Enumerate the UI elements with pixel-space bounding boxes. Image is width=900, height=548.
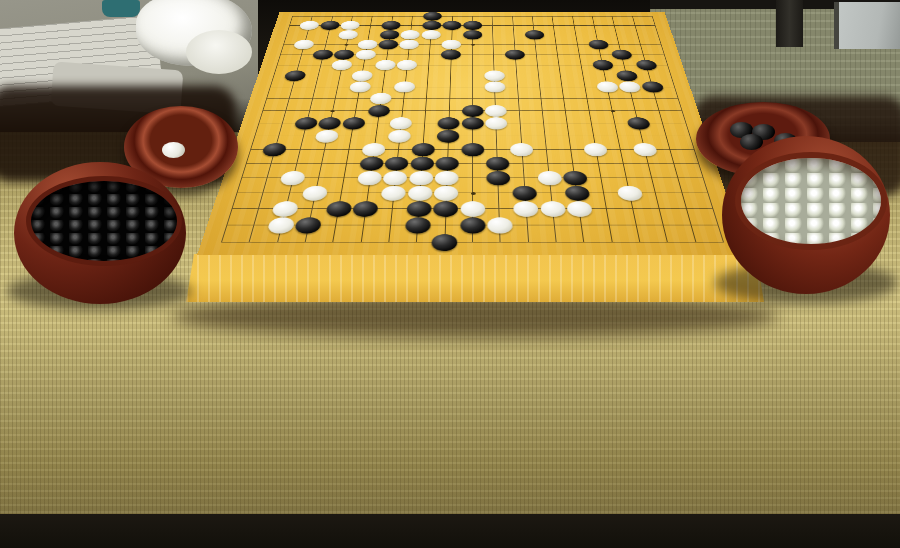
- white-stone: [361, 143, 385, 156]
- black-stone: [406, 201, 432, 216]
- black-stone: [463, 30, 482, 39]
- black-stone: [616, 71, 639, 82]
- white-stone: [388, 130, 412, 143]
- black-stone: [611, 50, 633, 60]
- white-stones-heap: [735, 152, 887, 250]
- white-stone: [394, 82, 416, 93]
- black-stone: [294, 117, 319, 129]
- star-point: [345, 44, 349, 46]
- black-stone: [641, 82, 665, 93]
- black-stone: [437, 117, 459, 129]
- black-stone: [431, 234, 457, 251]
- white-stone: [349, 82, 372, 93]
- black-stone: [342, 117, 366, 129]
- crumpled-bag-fold: [186, 30, 252, 74]
- white-stone: [351, 71, 373, 82]
- black-stone: [411, 143, 435, 156]
- black-stone: [312, 50, 334, 60]
- white-stone: [279, 171, 306, 185]
- black-stones-heap: [26, 176, 182, 266]
- black-stone: [367, 105, 390, 117]
- star-point: [471, 44, 475, 46]
- black-stone: [325, 201, 352, 216]
- black-stone: [563, 171, 589, 185]
- white-stone: [487, 217, 513, 233]
- white-stone: [540, 201, 566, 216]
- white-stone: [397, 60, 418, 70]
- black-stone: [441, 50, 461, 60]
- black-stone: [627, 117, 652, 129]
- black-stone: [437, 130, 460, 143]
- black-stone: [378, 40, 399, 50]
- chair-leg: [776, 0, 803, 47]
- go-game-photo: [0, 0, 900, 548]
- black-stone: [385, 157, 409, 171]
- star-point: [471, 192, 476, 195]
- white-stone: [460, 201, 485, 216]
- black-stone: [423, 12, 442, 21]
- white-stone: [299, 21, 320, 30]
- black-stone: [564, 186, 590, 201]
- black-stone: [405, 217, 431, 233]
- white-stone: [315, 130, 340, 143]
- black-stone: [333, 50, 355, 60]
- white-stone: [485, 105, 507, 117]
- white-stone: [485, 117, 507, 129]
- white-stone: [355, 50, 376, 60]
- black-stone: [462, 105, 484, 117]
- black-stone: [435, 157, 459, 171]
- white-stone: [537, 171, 562, 185]
- black-stone: [422, 21, 441, 30]
- white-stone: [375, 60, 396, 70]
- white-stone: [400, 30, 420, 39]
- black-stone-bowl: [14, 162, 186, 304]
- black-stone: [294, 217, 322, 233]
- white-stone: [484, 71, 505, 82]
- white-stone: [389, 117, 412, 129]
- white-stone: [331, 60, 353, 70]
- black-stone: [588, 40, 609, 50]
- white-stone: [266, 217, 295, 233]
- white-stone: [434, 186, 459, 201]
- white-stone: [584, 143, 609, 156]
- black-stone: [512, 186, 537, 201]
- white-stone: [435, 171, 459, 185]
- white-stone: [441, 40, 461, 50]
- black-stone: [381, 21, 401, 30]
- black-stone: [505, 50, 525, 60]
- black-stone: [319, 21, 340, 30]
- white-stone: [421, 30, 441, 39]
- white-stone: [271, 201, 299, 216]
- floor-edge: [0, 514, 900, 548]
- white-stone: [399, 40, 419, 50]
- white-stone: [340, 21, 361, 30]
- white-stone: [484, 82, 505, 93]
- black-stone: [461, 143, 484, 156]
- black-stone: [486, 157, 510, 171]
- white-stone: [566, 201, 593, 216]
- white-prisoner-stone: [162, 142, 185, 158]
- black-stone: [525, 30, 545, 39]
- white-stone: [616, 186, 643, 201]
- black-stone: [284, 71, 307, 82]
- board-grid: [221, 16, 724, 242]
- star-point: [330, 110, 335, 112]
- black-stone: [262, 143, 288, 156]
- black-stone: [359, 157, 384, 171]
- white-stone: [409, 171, 434, 185]
- white-stone-bowl: [722, 136, 890, 294]
- black-stone: [635, 60, 658, 70]
- black-stone: [463, 21, 482, 30]
- star-point: [611, 110, 616, 112]
- white-stone: [632, 143, 658, 156]
- white-stone: [407, 186, 432, 201]
- white-stone: [513, 201, 539, 216]
- black-stone: [379, 30, 399, 39]
- black-stone: [433, 201, 458, 216]
- white-stone: [357, 40, 378, 50]
- black-stone: [461, 117, 483, 129]
- white-stone: [618, 82, 641, 93]
- white-stone: [510, 143, 534, 156]
- black-stone: [460, 217, 485, 233]
- go-board: [197, 12, 747, 255]
- black-stone: [442, 21, 461, 30]
- black-stone: [318, 117, 342, 129]
- white-stone: [357, 171, 383, 185]
- black-stone: [592, 60, 614, 70]
- white-stone: [301, 186, 328, 201]
- teal-object: [102, 0, 140, 17]
- black-stone: [410, 157, 434, 171]
- chair-back: [834, 2, 900, 49]
- white-stone: [383, 171, 408, 185]
- black-stone: [486, 171, 510, 185]
- black-stone: [352, 201, 379, 216]
- white-stone: [338, 30, 359, 39]
- white-stone: [369, 93, 392, 104]
- white-stone: [381, 186, 407, 201]
- white-stone: [596, 82, 619, 93]
- white-stone: [293, 40, 315, 50]
